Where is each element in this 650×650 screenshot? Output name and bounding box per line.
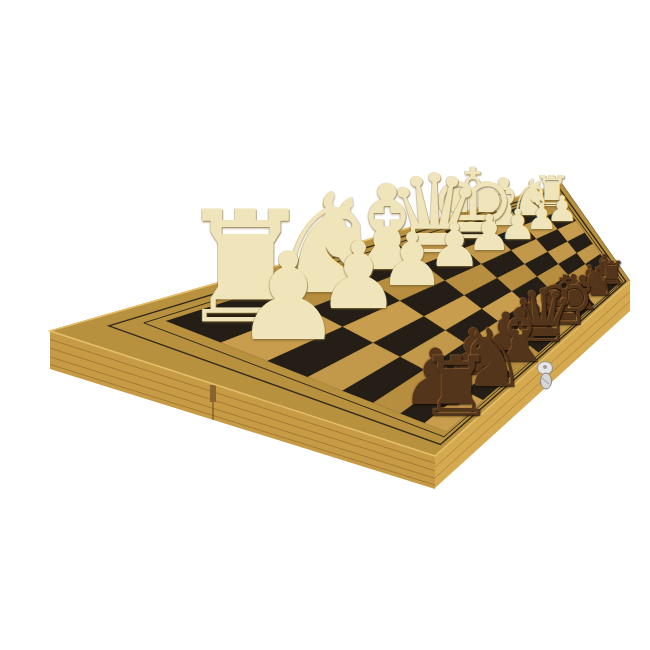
- piece-white-pawn-a2[interactable]: ♟: [234, 237, 343, 358]
- piece-black-rook-a8[interactable]: ♜: [420, 345, 493, 427]
- chess-set-photo: ♜♞♟♝♟♚♟♛♟♟♝♟♟♜♟♞♞♟♟♝♟♜♚♟♟♛♟♝♟♞♟♜: [0, 0, 650, 650]
